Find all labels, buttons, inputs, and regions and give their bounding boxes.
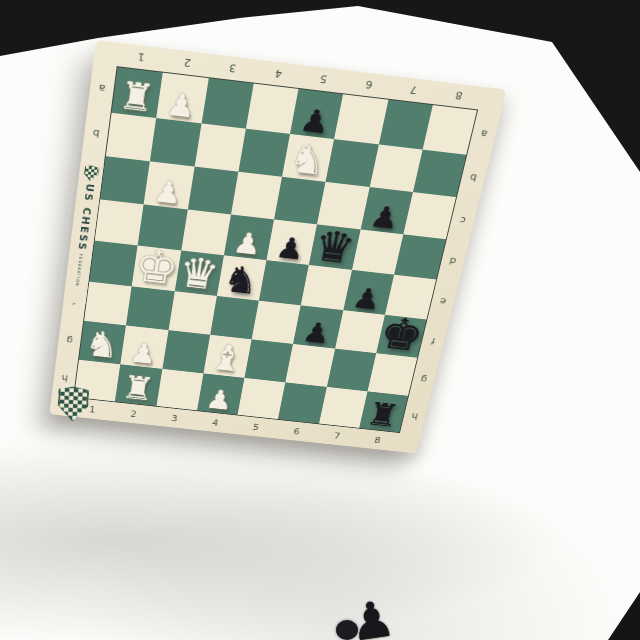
white-rook-h2[interactable]: ♜ bbox=[115, 370, 161, 406]
square-b3[interactable] bbox=[194, 123, 246, 172]
square-e8[interactable] bbox=[385, 275, 436, 319]
square-d2[interactable] bbox=[138, 204, 188, 250]
square-a2[interactable]: ♟ bbox=[156, 73, 208, 123]
table-shadow bbox=[0, 420, 640, 640]
square-e3[interactable]: ♛ bbox=[174, 250, 223, 295]
captured-pieces-offboard: ♟ bbox=[336, 596, 406, 640]
brand-subtitle: FEDERATION bbox=[74, 253, 82, 286]
square-h3[interactable] bbox=[156, 368, 203, 410]
square-c2[interactable]: ♟ bbox=[144, 161, 194, 209]
black-pawn-a5[interactable]: ♟ bbox=[290, 103, 340, 139]
square-a3[interactable] bbox=[201, 78, 253, 128]
black-rook-h8[interactable]: ♜ bbox=[359, 397, 407, 432]
square-c8[interactable] bbox=[403, 192, 456, 239]
square-f2[interactable] bbox=[126, 286, 174, 330]
square-d8[interactable] bbox=[394, 234, 446, 280]
square-b8[interactable] bbox=[413, 149, 467, 197]
square-h2[interactable]: ♜ bbox=[115, 364, 162, 406]
white-bishop-g4[interactable]: ♝ bbox=[203, 338, 251, 377]
square-c1[interactable] bbox=[100, 156, 150, 204]
square-e1[interactable] bbox=[89, 241, 137, 286]
brand-name: US CHESS bbox=[76, 183, 95, 252]
white-pawn-a2[interactable]: ♟ bbox=[156, 87, 206, 123]
square-e4[interactable]: ♞ bbox=[217, 255, 267, 300]
square-f4[interactable] bbox=[210, 295, 259, 339]
black-pawn-c7[interactable]: ♟ bbox=[360, 200, 409, 234]
square-f8[interactable]: ♚ bbox=[376, 314, 427, 357]
square-b2[interactable] bbox=[150, 118, 201, 167]
square-f3[interactable] bbox=[168, 291, 217, 335]
square-b1[interactable] bbox=[106, 112, 157, 161]
square-h8[interactable]: ♜ bbox=[359, 391, 408, 432]
square-a1[interactable]: ♜ bbox=[112, 67, 163, 117]
square-g4[interactable]: ♝ bbox=[203, 335, 251, 378]
square-a8[interactable] bbox=[422, 105, 476, 154]
square-d3[interactable] bbox=[181, 209, 231, 255]
square-g8[interactable] bbox=[367, 353, 417, 395]
square-f1[interactable] bbox=[84, 281, 132, 325]
black-knight-e4[interactable]: ♞ bbox=[217, 260, 266, 300]
square-c3[interactable] bbox=[187, 167, 238, 214]
white-rook-a1[interactable]: ♜ bbox=[112, 74, 162, 117]
black-king-f8[interactable]: ♚ bbox=[376, 311, 427, 358]
vinyl-chess-mat: 12345678 12345678 abcdefgh abcdefgh US C… bbox=[49, 40, 506, 454]
white-knight-g1[interactable]: ♞ bbox=[79, 325, 126, 364]
square-g1[interactable]: ♞ bbox=[79, 321, 126, 364]
photo-stage: 12345678 12345678 abcdefgh abcdefgh US C… bbox=[0, 0, 640, 640]
square-d1[interactable] bbox=[95, 199, 144, 246]
white-knight-b5[interactable]: ♞ bbox=[282, 139, 333, 182]
square-g3[interactable] bbox=[162, 330, 210, 373]
square-g2[interactable]: ♟ bbox=[121, 325, 169, 368]
white-queen-e3[interactable]: ♛ bbox=[174, 250, 223, 296]
square-e2[interactable]: ♚ bbox=[132, 245, 181, 290]
us-chess-shield-icon bbox=[83, 165, 99, 182]
square-h4[interactable]: ♟ bbox=[197, 373, 245, 415]
white-pawn-h4[interactable]: ♟ bbox=[197, 384, 243, 414]
white-king-e2[interactable]: ♚ bbox=[132, 242, 182, 291]
captured-piece-top bbox=[336, 620, 358, 640]
